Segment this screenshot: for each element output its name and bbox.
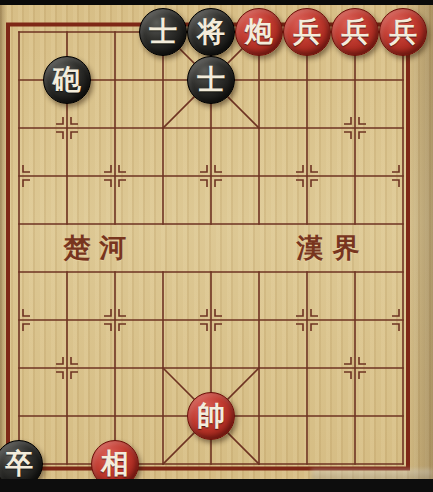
red-soldier-glyph: 兵 [341,18,369,46]
red-general-glyph: 帥 [197,402,225,430]
black-cannon-glyph: 砲 [53,66,81,94]
letterbox-top [0,0,433,5]
red-cannon-glyph: 炮 [245,18,273,46]
black-advisor[interactable]: 士 [187,56,235,104]
red-general[interactable]: 帥 [187,392,235,440]
letterbox-bottom [0,479,433,492]
red-elephant-glyph: 相 [101,450,129,478]
red-soldier[interactable]: 兵 [379,8,427,56]
black-general[interactable]: 将 [187,8,235,56]
black-cannon[interactable]: 砲 [43,56,91,104]
black-advisor-glyph: 士 [197,66,225,94]
black-soldier-glyph: 卒 [5,450,33,478]
red-cannon[interactable]: 炮 [235,8,283,56]
river-label-right: 漢界 [288,235,369,262]
red-soldier[interactable]: 兵 [283,8,331,56]
red-soldier-glyph: 兵 [293,18,321,46]
black-advisor-glyph: 士 [149,18,177,46]
xiangqi-game-screen: 楚河 漢界 士将炮兵兵兵砲士帥卒相 [0,0,433,492]
river-label-left: 楚河 [55,235,136,262]
red-soldier-glyph: 兵 [389,18,417,46]
red-soldier[interactable]: 兵 [331,8,379,56]
black-general-glyph: 将 [197,18,225,46]
black-advisor[interactable]: 士 [139,8,187,56]
